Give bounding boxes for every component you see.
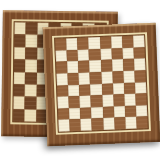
- square-f7: [111, 48, 123, 60]
- square-g7: [122, 47, 134, 59]
- square-g2: [125, 105, 137, 117]
- square-d4: [90, 84, 102, 96]
- square-a8: [55, 38, 67, 50]
- square-h8: [133, 35, 145, 47]
- square-h5: [134, 70, 146, 82]
- square-b1: [25, 109, 37, 122]
- square-c5: [79, 72, 91, 84]
- square-d7: [89, 49, 101, 61]
- square-d1: [92, 118, 104, 130]
- square-b4: [68, 84, 80, 96]
- square-h1: [136, 117, 148, 129]
- square-a1: [13, 109, 25, 122]
- square-d3: [91, 95, 103, 107]
- square-e3: [102, 95, 114, 107]
- square-a8: [15, 22, 27, 35]
- square-b8: [66, 38, 78, 50]
- square-f5: [112, 71, 124, 83]
- square-f1: [114, 117, 126, 129]
- square-b3: [69, 96, 81, 108]
- square-a5: [14, 59, 26, 72]
- square-d5: [90, 72, 102, 84]
- square-h3: [135, 93, 147, 105]
- square-f8: [111, 36, 123, 48]
- square-a4: [57, 85, 69, 97]
- square-g1: [125, 117, 137, 129]
- front-chessboard: [43, 23, 160, 146]
- square-g4: [124, 82, 136, 94]
- square-a5: [57, 73, 69, 85]
- square-b2: [25, 97, 37, 110]
- square-a2: [14, 97, 26, 110]
- square-e7: [100, 48, 112, 60]
- square-b6: [26, 47, 38, 60]
- front-board-maple-inlay: [52, 32, 151, 135]
- square-e8: [100, 37, 112, 49]
- square-d6: [89, 60, 101, 72]
- square-c4: [79, 84, 91, 96]
- square-b6: [67, 61, 79, 73]
- square-a7: [14, 35, 26, 48]
- square-h6: [134, 58, 146, 70]
- square-f2: [114, 106, 126, 118]
- square-e4: [101, 83, 113, 95]
- square-b2: [69, 108, 81, 120]
- square-d8: [88, 37, 100, 49]
- square-c3: [80, 96, 92, 108]
- square-b3: [25, 84, 37, 97]
- square-g3: [124, 94, 136, 106]
- square-c1: [81, 119, 93, 131]
- square-d2: [91, 107, 103, 119]
- square-e6: [101, 60, 113, 72]
- square-f4: [113, 83, 125, 95]
- square-h4: [135, 82, 147, 94]
- front-board-grid: [54, 34, 149, 133]
- square-a6: [14, 47, 26, 60]
- square-h2: [136, 105, 148, 117]
- square-c6: [78, 61, 90, 73]
- square-h7: [133, 47, 145, 59]
- square-e1: [103, 118, 115, 130]
- square-b7: [67, 50, 79, 62]
- square-f3: [113, 94, 125, 106]
- square-a2: [58, 108, 70, 120]
- square-b1: [70, 119, 82, 131]
- square-b5: [25, 60, 37, 73]
- square-b5: [68, 73, 80, 85]
- square-c7: [78, 49, 90, 61]
- square-a4: [14, 72, 26, 85]
- product-photo-scene: [0, 0, 160, 160]
- square-g8: [122, 36, 134, 48]
- square-a3: [14, 84, 26, 97]
- square-a1: [58, 120, 70, 132]
- square-e2: [102, 106, 114, 118]
- square-b4: [25, 72, 37, 85]
- square-a6: [56, 62, 68, 74]
- square-c2: [80, 107, 92, 119]
- square-c8: [77, 37, 89, 49]
- square-a3: [57, 96, 69, 108]
- square-e5: [101, 71, 113, 83]
- square-g5: [123, 71, 135, 83]
- square-b7: [26, 35, 38, 48]
- square-g6: [123, 59, 135, 71]
- square-a7: [56, 50, 68, 62]
- square-f6: [112, 59, 124, 71]
- square-b8: [26, 23, 38, 36]
